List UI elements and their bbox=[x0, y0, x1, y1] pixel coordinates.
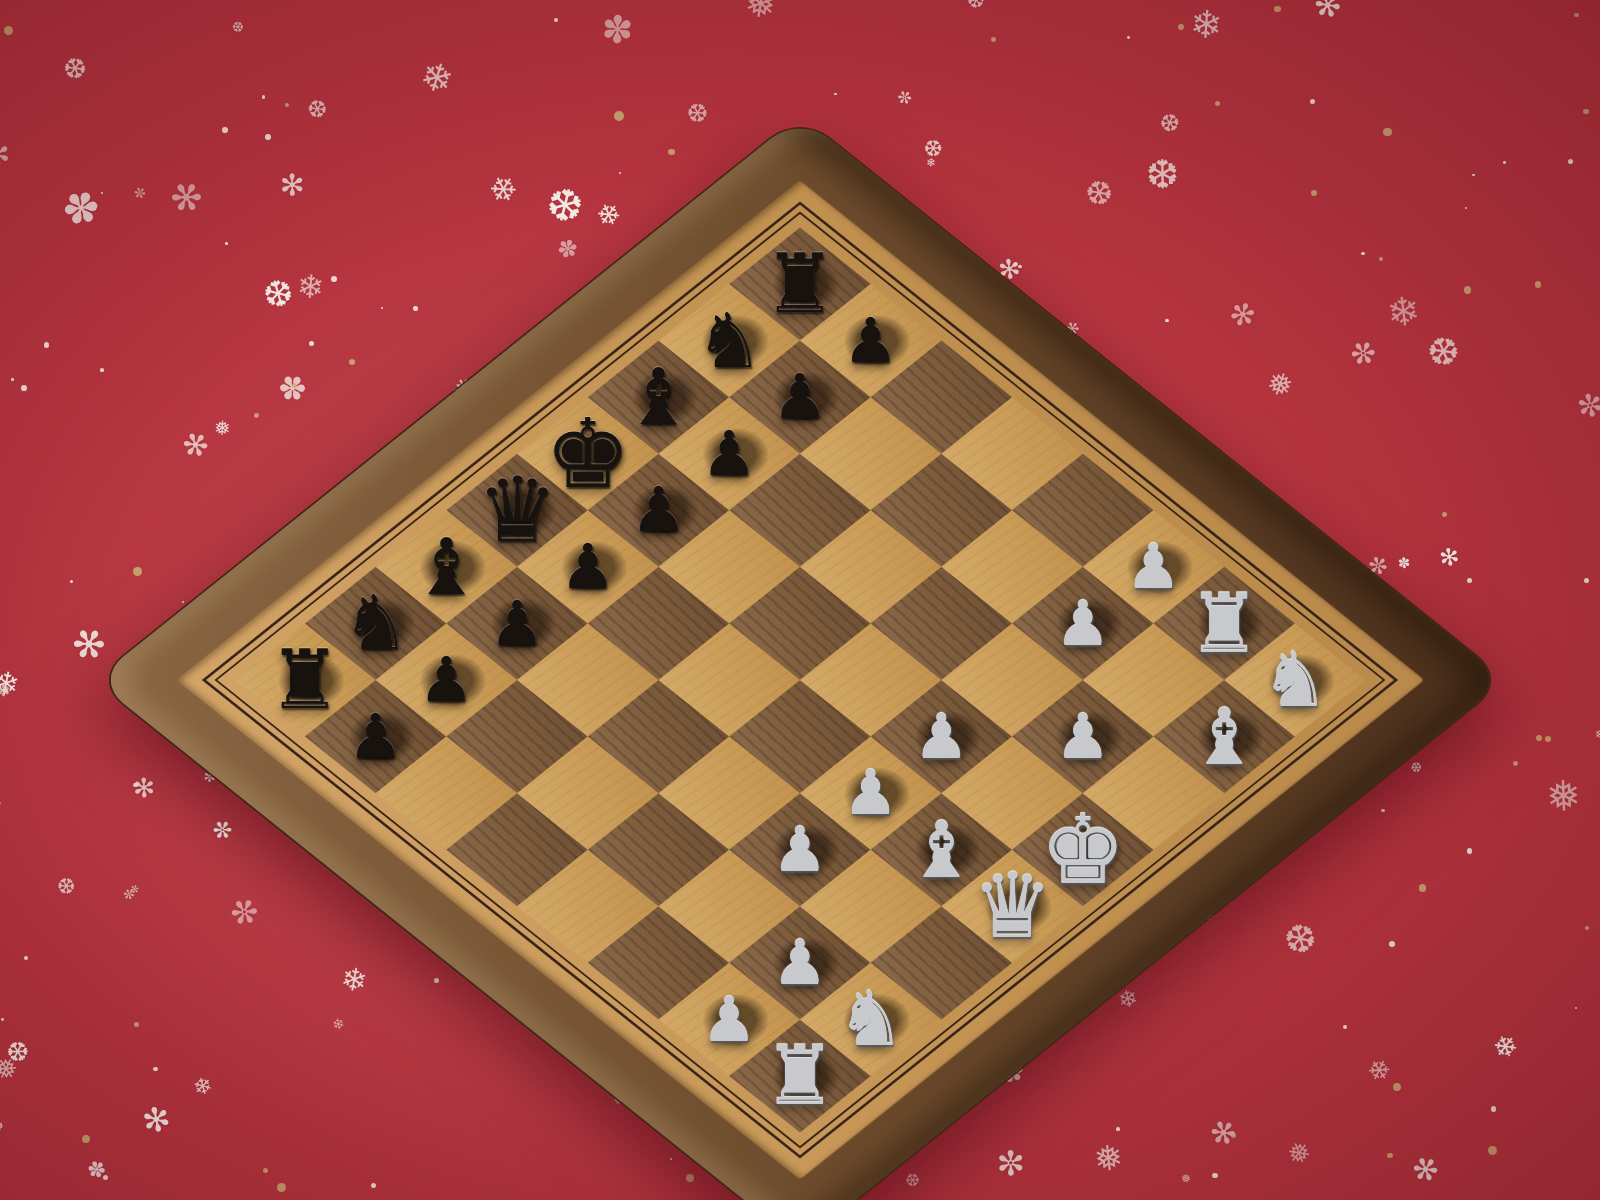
snowflake-icon: ✼ bbox=[1345, 335, 1381, 373]
snowflake-icon: ✻ bbox=[1432, 542, 1463, 573]
piece-black-rook[interactable]: ♜ bbox=[268, 639, 342, 721]
snowflake-icon: ❄ bbox=[191, 1072, 215, 1099]
white-dot bbox=[1389, 941, 1395, 947]
piece-white-bishop[interactable]: ♝ bbox=[1189, 698, 1259, 776]
white-dot bbox=[1116, 1127, 1120, 1131]
piece-white-knight[interactable]: ♞ bbox=[1261, 642, 1329, 718]
piece-black-knight[interactable]: ♞ bbox=[695, 303, 763, 379]
snowflake-icon: ✼ bbox=[894, 85, 916, 107]
snowflake-icon: ❆ bbox=[902, 1170, 923, 1192]
gold-dot bbox=[277, 1183, 286, 1192]
scene: { "game": "chess", "set_theme": "nuts-an… bbox=[0, 0, 1600, 1200]
piece-white-pawn[interactable]: ♟ bbox=[1055, 592, 1111, 654]
white-dot bbox=[1, 1018, 4, 1021]
gold-dot bbox=[1583, 109, 1589, 115]
white-dot bbox=[11, 378, 14, 381]
piece-white-bishop[interactable]: ♝ bbox=[906, 811, 976, 889]
snowflake-icon: ❆ bbox=[1420, 327, 1465, 375]
gold-dot bbox=[254, 413, 259, 418]
white-dot bbox=[182, 601, 184, 603]
snowflake-icon: ❆ bbox=[1079, 176, 1116, 208]
piece-black-rook[interactable]: ♜ bbox=[763, 243, 837, 325]
piece-black-knight[interactable]: ♞ bbox=[342, 585, 410, 661]
snowflake-icon: ✼ bbox=[132, 184, 148, 201]
white-dot bbox=[44, 342, 50, 348]
snowflake-icon: ✻ bbox=[1406, 1148, 1446, 1189]
snowflake-icon: ❆ bbox=[58, 55, 89, 82]
piece-black-pawn[interactable]: ♟ bbox=[843, 310, 899, 372]
piece-black-pawn[interactable]: ♟ bbox=[772, 366, 828, 428]
piece-white-rook[interactable]: ♜ bbox=[1188, 582, 1262, 664]
white-dot bbox=[1584, 578, 1589, 583]
snowflake-icon: ✼ bbox=[212, 820, 236, 840]
piece-black-bishop[interactable]: ♝ bbox=[624, 358, 694, 436]
white-dot bbox=[70, 580, 73, 583]
snowflake-icon: ✻ bbox=[1205, 1112, 1241, 1151]
gold-dot bbox=[1545, 736, 1551, 742]
gold-dot bbox=[1535, 281, 1542, 288]
pinstripe-inner: ♜♞♝♛♚♝♞♜♟♟♟♟♟♟♟♟♟♟♟♟♟♟♟♝♟♜♜♞♛♚♝♞ bbox=[215, 212, 1386, 1149]
snowflake-icon: ❄ bbox=[485, 174, 520, 204]
piece-white-rook[interactable]: ♜ bbox=[763, 1035, 837, 1117]
board-perspective-wrapper: ♜♞♝♛♚♝♞♜♟♟♟♟♟♟♟♟♟♟♟♟♟♟♟♝♟♜♜♞♛♚♝♞ bbox=[301, 281, 1299, 1079]
white-dot bbox=[1381, 809, 1384, 812]
white-dot bbox=[101, 192, 103, 194]
piece-white-pawn[interactable]: ♟ bbox=[1126, 536, 1182, 598]
gold-dot bbox=[133, 567, 142, 576]
piece-white-pawn[interactable]: ♟ bbox=[772, 932, 828, 994]
snowflake-icon: ❆ bbox=[255, 274, 297, 312]
snowflake-icon: ❆ bbox=[680, 97, 712, 130]
snowflake-icon: ✻ bbox=[272, 166, 310, 203]
gold-dot bbox=[1311, 190, 1317, 196]
white-dot bbox=[24, 956, 28, 960]
white-dot bbox=[265, 134, 271, 140]
snowflake-icon: ❅ bbox=[1086, 1137, 1129, 1178]
snowflake-icon: ❆ bbox=[1138, 149, 1189, 198]
piece-black-pawn[interactable]: ♟ bbox=[348, 706, 404, 768]
piece-white-knight[interactable]: ♞ bbox=[837, 981, 905, 1057]
white-dot bbox=[1467, 578, 1472, 583]
gold-dot bbox=[134, 1022, 139, 1027]
white-dot bbox=[1127, 36, 1130, 39]
gold-dot bbox=[1488, 1146, 1497, 1155]
snowflake-icon: ❆ bbox=[306, 97, 332, 120]
snowflake-icon: ❆ bbox=[56, 876, 79, 896]
white-dot bbox=[1465, 207, 1467, 209]
white-dot bbox=[133, 783, 137, 787]
white-dot bbox=[670, 1158, 672, 1160]
gold-dot bbox=[1274, 6, 1280, 12]
snowflake-icon: ✻ bbox=[128, 884, 141, 895]
gold-dot bbox=[1379, 257, 1383, 261]
snowflake-icon: ❆ bbox=[231, 21, 245, 33]
gold-dot bbox=[1393, 1083, 1402, 1092]
snowflake-icon: ✼ bbox=[1574, 387, 1600, 423]
piece-white-pawn[interactable]: ♟ bbox=[772, 819, 828, 881]
white-dot bbox=[554, 18, 558, 22]
piece-black-king[interactable]: ♚ bbox=[545, 406, 631, 502]
snowflake-icon: ✽ bbox=[553, 234, 584, 265]
snowflake-icon: ❄ bbox=[1593, 726, 1600, 742]
snowflake-icon: ❅ bbox=[742, 0, 779, 26]
piece-white-pawn[interactable]: ♟ bbox=[1055, 706, 1111, 768]
white-dot bbox=[371, 1183, 376, 1188]
white-dot bbox=[1491, 1106, 1497, 1112]
snowflake-icon: ❆ bbox=[542, 179, 588, 230]
snowflake-icon: ❅ bbox=[1177, 1171, 1193, 1186]
snowflake-icon: ✽ bbox=[0, 684, 10, 700]
gold-dot bbox=[4, 26, 13, 35]
gold-dot bbox=[1215, 101, 1220, 106]
snowflake-icon: ❅ bbox=[0, 1120, 6, 1131]
white-dot bbox=[1568, 159, 1573, 164]
white-dot bbox=[619, 172, 621, 174]
piece-black-pawn[interactable]: ♟ bbox=[419, 649, 475, 711]
white-dot bbox=[1361, 252, 1364, 255]
gold-dot bbox=[1574, 13, 1578, 17]
gold-dot bbox=[614, 111, 624, 121]
piece-white-pawn[interactable]: ♟ bbox=[701, 988, 757, 1050]
board-margin: ♜♞♝♛♚♝♞♜♟♟♟♟♟♟♟♟♟♟♟♟♟♟♟♝♟♜♜♞♛♚♝♞ bbox=[176, 181, 1423, 1179]
snowflake-icon: ❆ bbox=[4, 1040, 32, 1064]
gold-dot bbox=[1513, 761, 1518, 766]
snowflake-icon: ❅ bbox=[1536, 770, 1589, 820]
snowflake-icon: ✻ bbox=[1310, 0, 1346, 21]
snowflake-icon: ❅ bbox=[214, 418, 231, 438]
gold-dot bbox=[82, 1135, 90, 1143]
white-dot bbox=[834, 93, 836, 95]
gold-dot bbox=[285, 103, 289, 107]
white-dot bbox=[1503, 161, 1506, 164]
white-dot bbox=[21, 385, 27, 391]
snowflake-icon: ✻ bbox=[134, 1098, 177, 1141]
white-dot bbox=[1310, 99, 1315, 104]
white-dot bbox=[1343, 1025, 1347, 1029]
gold-dot bbox=[668, 149, 675, 156]
piece-black-pawn[interactable]: ♟ bbox=[701, 423, 757, 485]
gold-dot bbox=[1536, 735, 1542, 741]
piece-black-pawn[interactable]: ♟ bbox=[631, 479, 687, 541]
piece-black-bishop[interactable]: ♝ bbox=[411, 528, 481, 606]
snowflake-icon: ✻ bbox=[133, 775, 156, 802]
snowflake-icon: ❅ bbox=[1284, 1139, 1314, 1166]
snowflake-icon: ❄ bbox=[1377, 287, 1428, 337]
snowflake-icon: ✼ bbox=[988, 1142, 1032, 1184]
piece-white-king[interactable]: ♚ bbox=[1040, 802, 1126, 898]
gold-dot bbox=[1383, 128, 1391, 136]
white-dot bbox=[1467, 848, 1472, 853]
snowflake-icon: ✽ bbox=[52, 179, 107, 236]
gold-dot bbox=[1387, 1153, 1392, 1158]
snowflake-icon: ❄ bbox=[592, 197, 626, 233]
snowflake-icon: ✽ bbox=[0, 790, 6, 811]
snowflake-icon: ✽ bbox=[595, 6, 644, 53]
white-dot bbox=[1575, 1007, 1577, 1009]
white-dot bbox=[100, 368, 104, 372]
snowflake-icon: ❆ bbox=[1409, 758, 1425, 775]
pinstripe-outer: ♜♞♝♛♚♝♞♜♟♟♟♟♟♟♟♟♟♟♟♟♟♟♟♝♟♜♜♞♛♚♝♞ bbox=[202, 201, 1398, 1158]
snowflake-icon: ❄ bbox=[1362, 1053, 1396, 1089]
snowflake-icon: ✻ bbox=[178, 427, 214, 466]
gold-dot bbox=[991, 37, 995, 41]
gold-dot bbox=[1442, 512, 1447, 517]
white-dot bbox=[103, 1175, 108, 1180]
gold-dot bbox=[1464, 286, 1472, 294]
white-dot bbox=[1212, 1173, 1217, 1178]
white-dot bbox=[262, 95, 266, 99]
snowflake-icon: ✽ bbox=[1397, 556, 1410, 572]
snowflake-icon: ❄ bbox=[1488, 1028, 1521, 1064]
piece-white-pawn[interactable]: ♟ bbox=[914, 706, 970, 768]
piece-black-pawn[interactable]: ♟ bbox=[489, 592, 545, 654]
snowflake-icon: ✻ bbox=[164, 172, 211, 221]
white-dot bbox=[225, 242, 227, 244]
gold-dot bbox=[686, 1174, 694, 1182]
snowflake-icon: ✻ bbox=[67, 627, 107, 661]
white-dot bbox=[153, 1067, 158, 1072]
snowflake-icon: ✻ bbox=[0, 137, 18, 175]
snowflake-icon: ❆ bbox=[1155, 111, 1181, 134]
snowflake-icon: ❆ bbox=[964, 0, 988, 12]
gold-dot bbox=[1419, 884, 1426, 891]
gold-dot bbox=[1585, 926, 1589, 930]
piece-white-pawn[interactable]: ♟ bbox=[843, 762, 899, 824]
white-dot bbox=[222, 127, 228, 133]
snowflake-icon: ❄ bbox=[1189, 5, 1224, 46]
white-dot bbox=[1472, 174, 1475, 177]
white-dot bbox=[1018, 265, 1021, 268]
gold-dot bbox=[263, 1168, 268, 1173]
piece-black-pawn[interactable]: ♟ bbox=[560, 536, 616, 598]
gold-dot bbox=[1178, 24, 1184, 30]
chess-board: ♜♞♝♛♚♝♞♜♟♟♟♟♟♟♟♟♟♟♟♟♟♟♟♝♟♜♜♞♛♚♝♞ bbox=[234, 227, 1365, 1132]
snowflake-icon: ✼ bbox=[224, 891, 264, 933]
snowflake-icon: ❄ bbox=[411, 51, 461, 101]
